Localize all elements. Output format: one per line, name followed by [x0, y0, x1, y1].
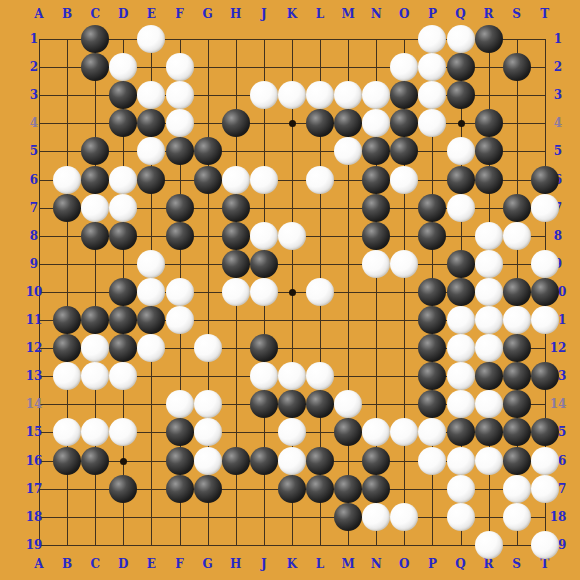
stone-white-P4[interactable] — [418, 109, 446, 137]
stone-black-N5[interactable] — [362, 137, 390, 165]
stone-black-F16[interactable] — [166, 447, 194, 475]
go-board[interactable]: 1122334455667788991010111112121313141415… — [0, 0, 580, 580]
stone-black-Q6[interactable] — [447, 166, 475, 194]
stone-black-S12[interactable] — [503, 334, 531, 362]
stone-black-F17[interactable] — [166, 475, 194, 503]
row-label-left-18: 18 — [26, 511, 43, 523]
stone-black-B16[interactable] — [53, 447, 81, 475]
stone-white-F14[interactable] — [166, 390, 194, 418]
hoshi-point-Q4 — [458, 120, 465, 127]
stone-black-L17[interactable] — [306, 475, 334, 503]
col-label-top-D: D — [118, 8, 128, 20]
go-board-screen: 1122334455667788991010111112121313141415… — [0, 0, 580, 580]
col-label-top-F: F — [175, 8, 184, 20]
col-label-top-O: O — [399, 8, 409, 20]
stone-white-Q12[interactable] — [447, 334, 475, 362]
stone-black-O4[interactable] — [390, 109, 418, 137]
stone-white-R14[interactable] — [475, 390, 503, 418]
stone-black-C5[interactable] — [81, 137, 109, 165]
stone-white-L6[interactable] — [306, 166, 334, 194]
hoshi-point-K10 — [289, 289, 296, 296]
stone-white-E12[interactable] — [137, 334, 165, 362]
stone-white-J13[interactable] — [250, 362, 278, 390]
stone-white-F2[interactable] — [166, 53, 194, 81]
stone-black-S15[interactable] — [503, 418, 531, 446]
stone-white-D13[interactable] — [109, 362, 137, 390]
stone-black-J9[interactable] — [250, 250, 278, 278]
stone-white-E1[interactable] — [137, 25, 165, 53]
stone-white-S18[interactable] — [503, 503, 531, 531]
stone-white-K8[interactable] — [278, 222, 306, 250]
stone-white-T16[interactable] — [531, 447, 559, 475]
stone-black-D4[interactable] — [109, 109, 137, 137]
stone-white-R8[interactable] — [475, 222, 503, 250]
stone-black-P10[interactable] — [418, 278, 446, 306]
row-label-left-7: 7 — [30, 202, 38, 214]
stone-white-O9[interactable] — [390, 250, 418, 278]
stone-white-D7[interactable] — [109, 194, 137, 222]
col-label-bottom-B: B — [62, 558, 72, 570]
stone-black-F5[interactable] — [166, 137, 194, 165]
stone-white-R9[interactable] — [475, 250, 503, 278]
stone-black-Q3[interactable] — [447, 81, 475, 109]
stone-black-G6[interactable] — [194, 166, 222, 194]
row-label-left-19: 19 — [26, 539, 43, 551]
stone-white-F11[interactable] — [166, 306, 194, 334]
stone-black-T13[interactable] — [531, 362, 559, 390]
stone-black-M15[interactable] — [334, 418, 362, 446]
col-label-top-R: R — [484, 8, 494, 20]
col-label-bottom-A: A — [34, 558, 43, 570]
stone-black-B11[interactable] — [53, 306, 81, 334]
stone-black-N16[interactable] — [362, 447, 390, 475]
stone-white-Q1[interactable] — [447, 25, 475, 53]
row-label-left-3: 3 — [30, 89, 38, 101]
stone-black-T10[interactable] — [531, 278, 559, 306]
stone-black-B7[interactable] — [53, 194, 81, 222]
stone-white-R19[interactable] — [475, 531, 503, 559]
stone-white-O6[interactable] — [390, 166, 418, 194]
row-label-right-12: 12 — [550, 342, 567, 354]
stone-white-N9[interactable] — [362, 250, 390, 278]
stone-black-S7[interactable] — [503, 194, 531, 222]
stone-black-L4[interactable] — [306, 109, 334, 137]
stone-white-R10[interactable] — [475, 278, 503, 306]
stone-white-K16[interactable] — [278, 447, 306, 475]
stone-white-B6[interactable] — [53, 166, 81, 194]
hoshi-point-K4 — [289, 120, 296, 127]
stone-black-E4[interactable] — [137, 109, 165, 137]
col-label-bottom-R: R — [484, 558, 494, 570]
stone-black-M17[interactable] — [334, 475, 362, 503]
stone-white-L13[interactable] — [306, 362, 334, 390]
stone-white-R16[interactable] — [475, 447, 503, 475]
stone-white-Q16[interactable] — [447, 447, 475, 475]
stone-white-D15[interactable] — [109, 418, 137, 446]
stone-black-R4[interactable] — [475, 109, 503, 137]
stone-black-D12[interactable] — [109, 334, 137, 362]
stone-white-K13[interactable] — [278, 362, 306, 390]
stone-black-H8[interactable] — [222, 222, 250, 250]
stone-white-G15[interactable] — [194, 418, 222, 446]
stone-white-K3[interactable] — [278, 81, 306, 109]
stone-black-G17[interactable] — [194, 475, 222, 503]
stone-black-R13[interactable] — [475, 362, 503, 390]
stone-white-F3[interactable] — [166, 81, 194, 109]
stone-white-C13[interactable] — [81, 362, 109, 390]
stone-black-P13[interactable] — [418, 362, 446, 390]
col-label-top-M: M — [341, 8, 354, 20]
row-label-left-4: 4 — [30, 117, 38, 129]
stone-white-C12[interactable] — [81, 334, 109, 362]
stone-black-R6[interactable] — [475, 166, 503, 194]
row-label-right-1: 1 — [554, 33, 562, 45]
col-label-bottom-P: P — [428, 558, 437, 570]
stone-white-M3[interactable] — [334, 81, 362, 109]
stone-black-R1[interactable] — [475, 25, 503, 53]
stone-white-C15[interactable] — [81, 418, 109, 446]
stone-black-T6[interactable] — [531, 166, 559, 194]
stone-black-P7[interactable] — [418, 194, 446, 222]
stone-white-J3[interactable] — [250, 81, 278, 109]
stone-black-N17[interactable] — [362, 475, 390, 503]
stone-black-P14[interactable] — [418, 390, 446, 418]
stone-white-R12[interactable] — [475, 334, 503, 362]
stone-black-N8[interactable] — [362, 222, 390, 250]
stone-black-G5[interactable] — [194, 137, 222, 165]
stone-black-L14[interactable] — [306, 390, 334, 418]
stone-black-O5[interactable] — [390, 137, 418, 165]
col-label-top-C: C — [90, 8, 100, 20]
row-label-left-5: 5 — [30, 145, 38, 157]
stone-white-G16[interactable] — [194, 447, 222, 475]
stone-black-H4[interactable] — [222, 109, 250, 137]
stone-white-J8[interactable] — [250, 222, 278, 250]
stone-white-J6[interactable] — [250, 166, 278, 194]
col-label-bottom-C: C — [90, 558, 100, 570]
stone-white-Q7[interactable] — [447, 194, 475, 222]
col-label-top-L: L — [316, 8, 324, 20]
stone-white-T7[interactable] — [531, 194, 559, 222]
stone-black-D17[interactable] — [109, 475, 137, 503]
stone-white-Q5[interactable] — [447, 137, 475, 165]
stone-white-B15[interactable] — [53, 418, 81, 446]
row-label-right-2: 2 — [554, 61, 562, 73]
stone-black-Q10[interactable] — [447, 278, 475, 306]
stone-black-F8[interactable] — [166, 222, 194, 250]
stone-black-J12[interactable] — [250, 334, 278, 362]
col-label-top-K: K — [287, 8, 297, 20]
stone-black-J14[interactable] — [250, 390, 278, 418]
stone-white-E3[interactable] — [137, 81, 165, 109]
col-label-top-P: P — [428, 8, 437, 20]
stone-white-S11[interactable] — [503, 306, 531, 334]
stone-white-B13[interactable] — [53, 362, 81, 390]
row-label-left-13: 13 — [26, 370, 43, 382]
row-label-right-8: 8 — [554, 230, 562, 242]
stone-black-K17[interactable] — [278, 475, 306, 503]
stone-black-S10[interactable] — [503, 278, 531, 306]
row-label-left-6: 6 — [30, 174, 38, 186]
row-label-left-2: 2 — [30, 61, 38, 73]
stone-white-S8[interactable] — [503, 222, 531, 250]
stone-black-Q2[interactable] — [447, 53, 475, 81]
stone-white-N15[interactable] — [362, 418, 390, 446]
col-label-bottom-O: O — [399, 558, 409, 570]
col-label-bottom-N: N — [371, 558, 382, 570]
col-label-bottom-E: E — [147, 558, 156, 570]
stone-black-O3[interactable] — [390, 81, 418, 109]
stone-white-H10[interactable] — [222, 278, 250, 306]
row-label-right-3: 3 — [554, 89, 562, 101]
col-label-bottom-D: D — [118, 558, 128, 570]
stone-white-D2[interactable] — [109, 53, 137, 81]
stone-white-N4[interactable] — [362, 109, 390, 137]
stone-white-P15[interactable] — [418, 418, 446, 446]
stone-black-C16[interactable] — [81, 447, 109, 475]
row-label-left-8: 8 — [30, 230, 38, 242]
row-label-left-1: 1 — [30, 33, 38, 45]
row-label-left-16: 16 — [26, 455, 43, 467]
stone-black-H16[interactable] — [222, 447, 250, 475]
stone-black-S14[interactable] — [503, 390, 531, 418]
stone-black-Q9[interactable] — [447, 250, 475, 278]
stone-white-L10[interactable] — [306, 278, 334, 306]
stone-black-P8[interactable] — [418, 222, 446, 250]
stone-black-N7[interactable] — [362, 194, 390, 222]
stone-black-E11[interactable] — [137, 306, 165, 334]
stone-black-C8[interactable] — [81, 222, 109, 250]
stone-white-P3[interactable] — [418, 81, 446, 109]
stone-white-Q17[interactable] — [447, 475, 475, 503]
stone-white-T9[interactable] — [531, 250, 559, 278]
stone-black-P11[interactable] — [418, 306, 446, 334]
stone-white-T19[interactable] — [531, 531, 559, 559]
stone-black-N6[interactable] — [362, 166, 390, 194]
col-label-bottom-K: K — [287, 558, 297, 570]
stone-black-H7[interactable] — [222, 194, 250, 222]
stone-black-S13[interactable] — [503, 362, 531, 390]
stone-black-C1[interactable] — [81, 25, 109, 53]
stone-black-C6[interactable] — [81, 166, 109, 194]
stone-white-M14[interactable] — [334, 390, 362, 418]
col-label-top-S: S — [512, 8, 521, 20]
stone-black-E6[interactable] — [137, 166, 165, 194]
stone-black-P12[interactable] — [418, 334, 446, 362]
col-label-top-J: J — [261, 8, 267, 20]
stone-black-M4[interactable] — [334, 109, 362, 137]
stone-black-Q15[interactable] — [447, 418, 475, 446]
col-label-bottom-G: G — [202, 558, 212, 570]
col-label-top-G: G — [202, 8, 212, 20]
col-label-top-A: A — [34, 8, 43, 20]
col-label-bottom-L: L — [316, 558, 324, 570]
stone-white-R11[interactable] — [475, 306, 503, 334]
stone-white-E5[interactable] — [137, 137, 165, 165]
stone-white-C7[interactable] — [81, 194, 109, 222]
col-label-bottom-T: T — [540, 558, 549, 570]
col-label-top-B: B — [62, 8, 72, 20]
stone-black-M18[interactable] — [334, 503, 362, 531]
col-label-bottom-Q: Q — [455, 558, 465, 570]
col-label-bottom-H: H — [230, 558, 241, 570]
stone-white-H6[interactable] — [222, 166, 250, 194]
grid-line-horizontal — [39, 545, 546, 546]
stone-white-E10[interactable] — [137, 278, 165, 306]
stone-white-E9[interactable] — [137, 250, 165, 278]
stone-black-L16[interactable] — [306, 447, 334, 475]
stone-black-J16[interactable] — [250, 447, 278, 475]
row-label-right-5: 5 — [554, 145, 562, 157]
stone-white-T11[interactable] — [531, 306, 559, 334]
stone-white-O2[interactable] — [390, 53, 418, 81]
row-label-left-14: 14 — [26, 398, 43, 410]
stone-white-P16[interactable] — [418, 447, 446, 475]
row-label-left-9: 9 — [30, 258, 38, 270]
stone-black-K14[interactable] — [278, 390, 306, 418]
stone-black-S16[interactable] — [503, 447, 531, 475]
row-label-left-12: 12 — [26, 342, 43, 354]
stone-white-D6[interactable] — [109, 166, 137, 194]
stone-white-J10[interactable] — [250, 278, 278, 306]
stone-black-F7[interactable] — [166, 194, 194, 222]
col-label-bottom-J: J — [261, 558, 267, 570]
col-label-top-E: E — [147, 8, 156, 20]
col-label-bottom-M: M — [341, 558, 354, 570]
stone-black-D3[interactable] — [109, 81, 137, 109]
stone-white-T17[interactable] — [531, 475, 559, 503]
stone-black-D10[interactable] — [109, 278, 137, 306]
row-label-right-4: 4 — [554, 117, 562, 129]
hoshi-point-D16 — [120, 458, 127, 465]
stone-black-C2[interactable] — [81, 53, 109, 81]
stone-black-F15[interactable] — [166, 418, 194, 446]
stone-white-P1[interactable] — [418, 25, 446, 53]
col-label-top-T: T — [540, 8, 549, 20]
stone-white-Q11[interactable] — [447, 306, 475, 334]
stone-white-Q14[interactable] — [447, 390, 475, 418]
stone-white-M5[interactable] — [334, 137, 362, 165]
stone-white-O18[interactable] — [390, 503, 418, 531]
stone-black-D8[interactable] — [109, 222, 137, 250]
stone-white-P2[interactable] — [418, 53, 446, 81]
stone-white-G14[interactable] — [194, 390, 222, 418]
col-label-top-H: H — [230, 8, 241, 20]
stone-white-S17[interactable] — [503, 475, 531, 503]
col-label-top-N: N — [371, 8, 382, 20]
row-label-left-11: 11 — [26, 314, 43, 326]
stone-black-T15[interactable] — [531, 418, 559, 446]
col-label-bottom-F: F — [175, 558, 184, 570]
stone-white-N3[interactable] — [362, 81, 390, 109]
row-label-right-18: 18 — [550, 511, 567, 523]
col-label-top-Q: Q — [455, 8, 465, 20]
stone-black-R15[interactable] — [475, 418, 503, 446]
row-label-right-14: 14 — [550, 398, 567, 410]
stone-black-H9[interactable] — [222, 250, 250, 278]
stone-white-K15[interactable] — [278, 418, 306, 446]
stone-black-C11[interactable] — [81, 306, 109, 334]
stone-white-Q13[interactable] — [447, 362, 475, 390]
stone-black-R5[interactable] — [475, 137, 503, 165]
stone-white-F4[interactable] — [166, 109, 194, 137]
stone-white-F10[interactable] — [166, 278, 194, 306]
stone-white-L3[interactable] — [306, 81, 334, 109]
stone-white-O15[interactable] — [390, 418, 418, 446]
col-label-bottom-S: S — [512, 558, 521, 570]
stone-black-D11[interactable] — [109, 306, 137, 334]
stone-white-N18[interactable] — [362, 503, 390, 531]
stone-black-B12[interactable] — [53, 334, 81, 362]
row-label-left-10: 10 — [26, 286, 43, 298]
row-label-left-15: 15 — [26, 426, 43, 438]
stone-white-G12[interactable] — [194, 334, 222, 362]
stone-white-Q18[interactable] — [447, 503, 475, 531]
row-label-left-17: 17 — [26, 483, 43, 495]
stone-black-S2[interactable] — [503, 53, 531, 81]
